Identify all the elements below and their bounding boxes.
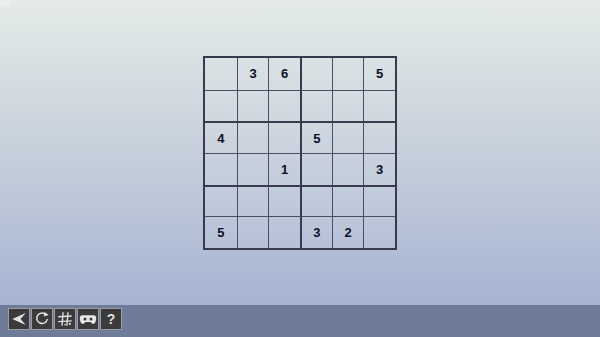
controller-button[interactable] <box>77 308 99 330</box>
cell-r4c6[interactable]: 3 <box>363 153 395 185</box>
gamepad-icon <box>79 310 97 328</box>
cell-r1c2[interactable]: 3 <box>237 58 269 90</box>
cell-r2c6[interactable] <box>363 90 395 122</box>
cell-r1c3[interactable]: 6 <box>268 58 300 90</box>
cell-r3c4[interactable]: 5 <box>300 121 332 153</box>
cell-r6c3[interactable] <box>268 216 300 248</box>
restart-button[interactable] <box>31 308 53 330</box>
question-mark-icon: ? <box>107 312 116 326</box>
cell-r4c5[interactable] <box>332 153 364 185</box>
cell-r6c2[interactable] <box>237 216 269 248</box>
cell-r4c2[interactable] <box>237 153 269 185</box>
cell-r4c4[interactable] <box>300 153 332 185</box>
cell-r2c4[interactable] <box>300 90 332 122</box>
sudoku-board: 3654513532 <box>203 56 397 250</box>
toolbar-buttons: ? <box>8 308 122 330</box>
cell-r6c4[interactable]: 3 <box>300 216 332 248</box>
cell-r3c5[interactable] <box>332 121 364 153</box>
cell-r5c4[interactable] <box>300 185 332 217</box>
cell-r1c5[interactable] <box>332 58 364 90</box>
cell-r6c1[interactable]: 5 <box>205 216 237 248</box>
cell-r1c6[interactable]: 5 <box>363 58 395 90</box>
cell-r3c2[interactable] <box>237 121 269 153</box>
cell-r6c6[interactable] <box>363 216 395 248</box>
cell-r3c3[interactable] <box>268 121 300 153</box>
cell-r5c1[interactable] <box>205 185 237 217</box>
help-button[interactable]: ? <box>100 308 122 330</box>
grid-hash-icon <box>56 310 74 328</box>
cell-r2c1[interactable] <box>205 90 237 122</box>
cell-r5c3[interactable] <box>268 185 300 217</box>
pencil-marks-button[interactable] <box>54 308 76 330</box>
cell-r5c6[interactable] <box>363 185 395 217</box>
cell-r4c3[interactable]: 1 <box>268 153 300 185</box>
cell-r3c1[interactable]: 4 <box>205 121 237 153</box>
back-arrow-icon <box>10 310 28 328</box>
cell-r2c2[interactable] <box>237 90 269 122</box>
cell-r2c5[interactable] <box>332 90 364 122</box>
restart-icon <box>33 310 51 328</box>
cell-r4c1[interactable] <box>205 153 237 185</box>
cell-r3c6[interactable] <box>363 121 395 153</box>
back-button[interactable] <box>8 308 30 330</box>
bottom-toolbar: ? <box>0 305 600 337</box>
cell-r1c1[interactable] <box>205 58 237 90</box>
cell-r6c5[interactable]: 2 <box>332 216 364 248</box>
cell-r2c3[interactable] <box>268 90 300 122</box>
corner-artifact <box>0 0 10 6</box>
cell-r1c4[interactable] <box>300 58 332 90</box>
cell-r5c5[interactable] <box>332 185 364 217</box>
cell-r5c2[interactable] <box>237 185 269 217</box>
app-window: 3654513532 <box>0 0 600 337</box>
